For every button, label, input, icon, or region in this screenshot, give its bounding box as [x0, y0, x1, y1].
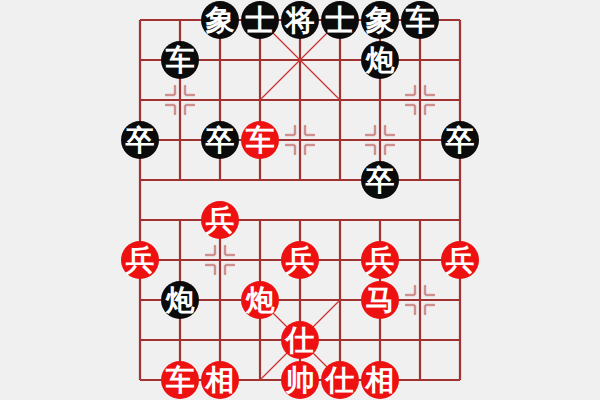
pieces-layer: 象士将士象车车炮卒卒车卒卒兵兵兵兵兵炮炮马仕车相帅仕相: [120, 0, 480, 400]
piece-black-soldier[interactable]: 卒: [441, 121, 479, 159]
piece-black-advisor[interactable]: 士: [321, 1, 359, 39]
piece-black-elephant[interactable]: 象: [361, 1, 399, 39]
piece-black-advisor[interactable]: 士: [241, 1, 279, 39]
piece-red-soldier[interactable]: 兵: [361, 241, 399, 279]
piece-black-soldier[interactable]: 卒: [201, 121, 239, 159]
piece-black-cannon[interactable]: 炮: [161, 281, 199, 319]
piece-black-soldier[interactable]: 卒: [361, 161, 399, 199]
piece-red-general[interactable]: 帅: [281, 361, 319, 399]
piece-red-soldier[interactable]: 兵: [441, 241, 479, 279]
piece-red-cannon[interactable]: 炮: [241, 281, 279, 319]
piece-black-soldier[interactable]: 卒: [121, 121, 159, 159]
piece-black-general[interactable]: 将: [281, 1, 319, 39]
piece-red-soldier[interactable]: 兵: [121, 241, 159, 279]
piece-black-chariot[interactable]: 车: [401, 1, 439, 39]
piece-red-soldier[interactable]: 兵: [201, 201, 239, 239]
piece-red-advisor[interactable]: 仕: [281, 321, 319, 359]
piece-red-horse[interactable]: 马: [361, 281, 399, 319]
piece-red-elephant[interactable]: 相: [201, 361, 239, 399]
piece-black-chariot[interactable]: 车: [161, 41, 199, 79]
piece-red-chariot[interactable]: 车: [161, 361, 199, 399]
xiangqi-board: 象士将士象车车炮卒卒车卒卒兵兵兵兵兵炮炮马仕车相帅仕相: [0, 0, 600, 400]
piece-red-advisor[interactable]: 仕: [321, 361, 359, 399]
piece-red-soldier[interactable]: 兵: [281, 241, 319, 279]
piece-black-cannon[interactable]: 炮: [361, 41, 399, 79]
piece-red-elephant[interactable]: 相: [361, 361, 399, 399]
piece-black-elephant[interactable]: 象: [201, 1, 239, 39]
piece-red-chariot[interactable]: 车: [241, 121, 279, 159]
